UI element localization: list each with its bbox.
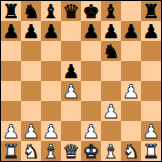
piece-black-pawn[interactable]: ♟ xyxy=(42,21,59,41)
square-g3[interactable] xyxy=(121,101,141,121)
square-b8[interactable]: ♞ xyxy=(21,1,41,21)
square-a6[interactable] xyxy=(1,41,21,61)
piece-white-pawn[interactable]: ♟ xyxy=(82,121,99,141)
piece-white-queen[interactable]: ♛ xyxy=(62,141,79,161)
piece-white-pawn[interactable]: ♟ xyxy=(42,121,59,141)
piece-white-bishop[interactable]: ♝ xyxy=(102,141,119,161)
piece-black-pawn[interactable]: ♟ xyxy=(142,21,159,41)
square-h3[interactable] xyxy=(141,101,161,121)
square-e7[interactable]: ♟ xyxy=(81,21,101,41)
piece-white-knight[interactable]: ♞ xyxy=(22,141,39,161)
piece-white-pawn[interactable]: ♟ xyxy=(122,81,139,101)
square-g4[interactable]: ♟ xyxy=(121,81,141,101)
square-d4[interactable]: ♟ xyxy=(61,81,81,101)
square-d1[interactable]: ♛ xyxy=(61,141,81,161)
square-h8[interactable]: ♜ xyxy=(141,1,161,21)
square-c6[interactable] xyxy=(41,41,61,61)
square-b2[interactable]: ♟ xyxy=(21,121,41,141)
square-f7[interactable]: ♟ xyxy=(101,21,121,41)
square-e6[interactable] xyxy=(81,41,101,61)
piece-white-pawn[interactable]: ♟ xyxy=(22,121,39,141)
square-a5[interactable] xyxy=(1,61,21,81)
square-a7[interactable]: ♟ xyxy=(1,21,21,41)
square-e3[interactable] xyxy=(81,101,101,121)
square-h6[interactable] xyxy=(141,41,161,61)
piece-black-pawn[interactable]: ♟ xyxy=(2,21,19,41)
piece-black-bishop[interactable]: ♝ xyxy=(102,1,119,21)
square-c7[interactable]: ♟ xyxy=(41,21,61,41)
square-b7[interactable]: ♟ xyxy=(21,21,41,41)
piece-white-pawn[interactable]: ♟ xyxy=(2,121,19,141)
square-f1[interactable]: ♝ xyxy=(101,141,121,161)
piece-white-rook[interactable]: ♜ xyxy=(2,141,19,161)
piece-white-pawn[interactable]: ♟ xyxy=(102,101,119,121)
square-f3[interactable]: ♟ xyxy=(101,101,121,121)
square-f6[interactable]: ♞ xyxy=(101,41,121,61)
piece-black-bishop[interactable]: ♝ xyxy=(42,1,59,21)
piece-white-pawn[interactable]: ♟ xyxy=(62,81,79,101)
square-d3[interactable] xyxy=(61,101,81,121)
square-g6[interactable] xyxy=(121,41,141,61)
square-f5[interactable] xyxy=(101,61,121,81)
square-f4[interactable] xyxy=(101,81,121,101)
piece-black-pawn[interactable]: ♟ xyxy=(102,21,119,41)
piece-black-pawn[interactable]: ♟ xyxy=(22,21,39,41)
piece-black-knight[interactable]: ♞ xyxy=(102,41,119,61)
square-h7[interactable]: ♟ xyxy=(141,21,161,41)
square-c4[interactable] xyxy=(41,81,61,101)
square-g2[interactable] xyxy=(121,121,141,141)
chess-board: ♜♞♝♛♚♝♜♟♟♟♟♟♟♟♞♟♟♟♟♟♟♟♟♟♜♞♝♛♚♝♞♜ xyxy=(0,0,162,162)
square-d2[interactable] xyxy=(61,121,81,141)
piece-white-knight[interactable]: ♞ xyxy=(122,141,139,161)
piece-white-bishop[interactable]: ♝ xyxy=(42,141,59,161)
square-h2[interactable]: ♟ xyxy=(141,121,161,141)
piece-black-pawn[interactable]: ♟ xyxy=(122,21,139,41)
square-a4[interactable] xyxy=(1,81,21,101)
square-a3[interactable] xyxy=(1,101,21,121)
square-h1[interactable]: ♜ xyxy=(141,141,161,161)
square-c5[interactable] xyxy=(41,61,61,81)
square-b6[interactable] xyxy=(21,41,41,61)
square-e8[interactable]: ♚ xyxy=(81,1,101,21)
square-e2[interactable]: ♟ xyxy=(81,121,101,141)
piece-black-rook[interactable]: ♜ xyxy=(142,1,159,21)
square-g7[interactable]: ♟ xyxy=(121,21,141,41)
square-e5[interactable] xyxy=(81,61,101,81)
square-c1[interactable]: ♝ xyxy=(41,141,61,161)
square-g1[interactable]: ♞ xyxy=(121,141,141,161)
piece-black-pawn[interactable]: ♟ xyxy=(82,21,99,41)
square-h4[interactable] xyxy=(141,81,161,101)
square-d6[interactable] xyxy=(61,41,81,61)
square-c3[interactable] xyxy=(41,101,61,121)
piece-white-rook[interactable]: ♜ xyxy=(142,141,159,161)
square-a1[interactable]: ♜ xyxy=(1,141,21,161)
square-h5[interactable] xyxy=(141,61,161,81)
piece-black-king[interactable]: ♚ xyxy=(82,1,99,21)
square-d7[interactable] xyxy=(61,21,81,41)
piece-white-king[interactable]: ♚ xyxy=(82,141,99,161)
square-f2[interactable] xyxy=(101,121,121,141)
square-b5[interactable] xyxy=(21,61,41,81)
piece-black-queen[interactable]: ♛ xyxy=(62,1,79,21)
square-g5[interactable] xyxy=(121,61,141,81)
square-b3[interactable] xyxy=(21,101,41,121)
square-a8[interactable]: ♜ xyxy=(1,1,21,21)
square-c2[interactable]: ♟ xyxy=(41,121,61,141)
piece-black-pawn[interactable]: ♟ xyxy=(62,61,79,81)
square-g8[interactable] xyxy=(121,1,141,21)
square-d8[interactable]: ♛ xyxy=(61,1,81,21)
piece-white-pawn[interactable]: ♟ xyxy=(142,121,159,141)
square-a2[interactable]: ♟ xyxy=(1,121,21,141)
square-c8[interactable]: ♝ xyxy=(41,1,61,21)
square-e4[interactable] xyxy=(81,81,101,101)
piece-black-rook[interactable]: ♜ xyxy=(2,1,19,21)
square-e1[interactable]: ♚ xyxy=(81,141,101,161)
square-f8[interactable]: ♝ xyxy=(101,1,121,21)
piece-black-knight[interactable]: ♞ xyxy=(22,1,39,21)
square-d5[interactable]: ♟ xyxy=(61,61,81,81)
square-b4[interactable] xyxy=(21,81,41,101)
square-b1[interactable]: ♞ xyxy=(21,141,41,161)
